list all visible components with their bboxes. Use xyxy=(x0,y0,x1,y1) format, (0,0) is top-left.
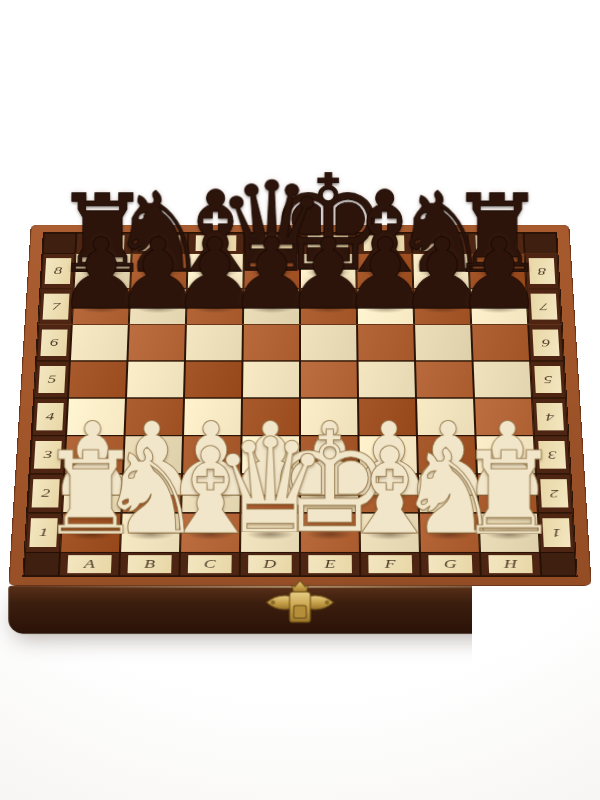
file-label-h: H xyxy=(488,555,532,573)
box-front-side xyxy=(8,586,591,634)
square-a5[interactable] xyxy=(68,361,127,398)
file-label-e: E xyxy=(308,555,352,573)
square-h1[interactable]: ♜ xyxy=(478,513,540,553)
border-cell-left: 5 xyxy=(34,361,70,398)
file-label-c: C xyxy=(188,555,232,573)
square-c5[interactable] xyxy=(184,361,242,398)
square-g5[interactable] xyxy=(415,361,474,398)
square-h5[interactable] xyxy=(473,361,532,398)
square-a1[interactable]: ♜ xyxy=(60,513,122,553)
board-frame: 8♜♞♝♛♚♝♞♜87♟♟♟♟♟♟♟♟7665544332♟♟♟♟♟♟♟♟21♜… xyxy=(8,225,591,586)
square-c6[interactable] xyxy=(185,325,243,361)
rank-label-left-6: 6 xyxy=(40,330,67,356)
photo-stage: 8♜♞♝♛♚♝♞♜87♟♟♟♟♟♟♟♟7665544332♟♟♟♟♟♟♟♟21♜… xyxy=(0,0,600,800)
file-label-a: A xyxy=(67,555,111,573)
border-cell-bottom: G xyxy=(420,552,481,576)
frame-corner xyxy=(23,552,60,576)
border-cell-bottom: D xyxy=(240,552,300,576)
border-cell-bottom: E xyxy=(300,552,360,576)
chess-board: 8♜♞♝♛♚♝♞♜87♟♟♟♟♟♟♟♟7665544332♟♟♟♟♟♟♟♟21♜… xyxy=(8,225,591,586)
file-label-g: G xyxy=(428,555,472,573)
square-h6[interactable] xyxy=(471,325,530,361)
square-g6[interactable] xyxy=(414,325,472,361)
square-h7[interactable]: ♟ xyxy=(470,289,528,325)
border-cell-left: 6 xyxy=(36,325,72,361)
square-f5[interactable] xyxy=(358,361,416,398)
square-a6[interactable] xyxy=(70,325,129,361)
file-label-b: B xyxy=(128,555,172,573)
border-cell-bottom: F xyxy=(360,552,421,576)
square-d6[interactable] xyxy=(242,325,300,361)
rank-label-left-5: 5 xyxy=(38,366,65,393)
border-cell-bottom: H xyxy=(480,552,541,576)
brass-clasp-icon xyxy=(261,579,338,631)
square-f6[interactable] xyxy=(357,325,415,361)
border-cell-right: 6 xyxy=(528,325,564,361)
square-e6[interactable] xyxy=(300,325,358,361)
board-grid: 8♜♞♝♛♚♝♞♜87♟♟♟♟♟♟♟♟7665544332♟♟♟♟♟♟♟♟21♜… xyxy=(23,233,576,576)
square-e5[interactable] xyxy=(300,361,358,398)
square-b5[interactable] xyxy=(126,361,185,398)
rank-label-right-5: 5 xyxy=(534,366,561,393)
border-cell-bottom: A xyxy=(59,552,120,576)
border-cell-right: 5 xyxy=(530,361,566,398)
rank-label-right-6: 6 xyxy=(532,330,559,356)
square-d5[interactable] xyxy=(242,361,300,398)
border-cell-bottom: C xyxy=(179,552,240,576)
square-b6[interactable] xyxy=(127,325,185,361)
border-cell-bottom: B xyxy=(119,552,180,576)
frame-corner xyxy=(540,552,577,576)
file-label-d: D xyxy=(248,555,292,573)
scene: 8♜♞♝♛♚♝♞♜87♟♟♟♟♟♟♟♟7665544332♟♟♟♟♟♟♟♟21♜… xyxy=(0,0,600,800)
file-label-f: F xyxy=(368,555,412,573)
